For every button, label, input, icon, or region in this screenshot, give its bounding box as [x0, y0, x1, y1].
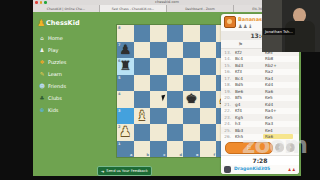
chesskid-logo[interactable]: ♟ ChessKid: [37, 18, 84, 28]
move-row: 20.Bf5Ke5: [221, 95, 299, 102]
webcam-background: [262, 0, 282, 52]
webcam-overlay: Jonathan Tsh…: [262, 0, 320, 52]
sidebar-item-friends[interactable]: ☻Friends: [38, 82, 84, 89]
pawn-logo-icon: ♟: [37, 18, 45, 28]
square-c2[interactable]: [150, 124, 167, 141]
sidebar-item-label: Clubs: [48, 95, 62, 101]
moves-tab[interactable]: ⚑: [221, 40, 260, 48]
sidebar-item-label: Play: [48, 47, 58, 53]
player-username[interactable]: DragonKid305: [234, 166, 270, 171]
browser-tab-label: Dashboard - Zoom: [185, 7, 215, 11]
square-a4[interactable]: 4: [117, 91, 134, 108]
white-bishop-b3[interactable]: ♝: [134, 108, 151, 125]
friends-icon: ☻: [38, 83, 46, 89]
file-label: f: [213, 153, 215, 157]
sidebar: ♟ ChessKid ⌂Home♟Play❖Puzzles✎Learn☻Frie…: [33, 12, 84, 176]
browser-tabstrip: ChessKid | Online Che…Fast Chess - Chess…: [33, 5, 301, 12]
move-row: 17.Bc4Ra4: [221, 75, 299, 82]
square-e5[interactable]: [183, 75, 200, 92]
sidebar-item-label: Puzzles: [48, 59, 66, 65]
browser-tab-label: ChessKid | Online Che…: [47, 7, 85, 11]
kids-icon: ⊕: [38, 107, 46, 113]
square-c7[interactable]: [150, 42, 167, 59]
move-row: 16.Kf3Ra2: [221, 69, 299, 76]
play-icon: ♟: [38, 47, 46, 53]
square-b3[interactable]: ♝: [134, 108, 151, 125]
sidebar-item-label: Kids: [48, 107, 58, 113]
move-number: 22.: [221, 108, 233, 113]
file-label: e: [196, 153, 198, 157]
white-move[interactable]: Bc4: [233, 56, 263, 61]
white-move[interactable]: h3: [233, 121, 263, 126]
move-row: 18.Bd5Kd4: [221, 82, 299, 89]
sidebar-item-puzzles[interactable]: ❖Puzzles: [38, 58, 84, 65]
move-number: 26.: [221, 134, 233, 139]
black-rook-a6[interactable]: ♜: [117, 58, 134, 75]
square-d1[interactable]: d: [167, 141, 184, 158]
square-f7[interactable]: [200, 42, 217, 59]
black-move[interactable]: Ra3: [263, 121, 293, 126]
square-f4[interactable]: [200, 91, 217, 108]
black-move[interactable]: Ra2: [263, 69, 293, 74]
white-move[interactable]: Kf4: [233, 108, 263, 113]
black-move[interactable]: Kd4: [263, 82, 293, 87]
sidebar-item-label: Learn: [48, 71, 62, 77]
square-d3[interactable]: [167, 108, 184, 125]
file-label: d: [179, 153, 182, 157]
move-number: 17.: [221, 76, 233, 81]
move-row: 21.g4Kd4: [221, 101, 299, 108]
person-head: [293, 8, 306, 22]
sidebar-item-label: Friends: [48, 83, 66, 89]
square-e7[interactable]: [183, 42, 200, 59]
move-row: 24.h3Ra3: [221, 121, 299, 128]
move-number: 25.: [221, 128, 233, 133]
white-move[interactable]: Kf2: [233, 50, 263, 55]
square-b6[interactable]: [134, 58, 151, 75]
black-move[interactable]: Rb8: [263, 56, 293, 61]
move-row: 19.Be6Ra6: [221, 88, 299, 95]
move-row: 23.Kg5Ke5: [221, 114, 299, 121]
square-a1[interactable]: 1a: [117, 141, 134, 158]
rank-label: 5: [118, 76, 121, 80]
white-pawn-a2[interactable]: ♟: [117, 124, 134, 141]
move-number: 16.: [221, 69, 233, 74]
sidebar-item-kids[interactable]: ⊕Kids: [38, 106, 84, 113]
white-move[interactable]: Kg5: [233, 115, 263, 120]
sidebar-item-clubs[interactable]: ♣Clubs: [38, 94, 84, 101]
square-e1[interactable]: e: [183, 141, 200, 158]
black-move[interactable]: Ke5: [263, 115, 293, 120]
square-a7[interactable]: 7♟: [117, 42, 134, 59]
black-move[interactable]: Ra6: [263, 89, 293, 94]
square-a2[interactable]: 2♟: [117, 124, 134, 141]
square-b8[interactable]: [134, 25, 151, 42]
square-e8[interactable]: [183, 25, 200, 42]
black-move[interactable]: Rb2+: [263, 63, 293, 68]
square-d8[interactable]: [167, 25, 184, 42]
square-e6[interactable]: [183, 58, 200, 75]
square-d2[interactable]: [167, 124, 184, 141]
puzzles-icon: ❖: [38, 59, 46, 65]
square-e3[interactable]: [183, 108, 200, 125]
square-f8[interactable]: [200, 25, 217, 42]
square-d6[interactable]: [167, 58, 184, 75]
square-d7[interactable]: [167, 42, 184, 59]
square-a6[interactable]: 6♜: [117, 58, 134, 75]
square-a3[interactable]: 3: [117, 108, 134, 125]
letterbox-bar: [0, 176, 320, 180]
opponent-avatar[interactable]: [224, 16, 236, 28]
home-icon: ⌂: [38, 35, 46, 41]
square-f5[interactable]: [200, 75, 217, 92]
square-e4[interactable]: ♚: [183, 91, 200, 108]
black-king-e4[interactable]: ♚: [183, 91, 200, 108]
square-e2[interactable]: [183, 124, 200, 141]
square-c3[interactable]: [150, 108, 167, 125]
white-move[interactable]: Bf5: [233, 95, 263, 100]
move-number: 18.: [221, 82, 233, 87]
move-number: 21.: [221, 102, 233, 107]
webcam-name-tag: Jonathan Tsh…: [263, 28, 295, 35]
move-number: 24.: [221, 121, 233, 126]
square-f3[interactable]: [200, 108, 217, 125]
black-pawn-a7[interactable]: ♟: [117, 42, 134, 59]
move-number: 15.: [221, 63, 233, 68]
browser-tab[interactable]: ChessKid | Online Che…: [33, 5, 100, 12]
square-b4[interactable]: [134, 91, 151, 108]
square-c6[interactable]: [150, 58, 167, 75]
zoom-watermark: zoom: [242, 132, 307, 158]
white-move[interactable]: Bd3: [233, 63, 263, 68]
rank-label: 8: [118, 26, 121, 30]
clubs-icon: ♣: [38, 95, 46, 101]
square-f1[interactable]: f: [200, 141, 217, 158]
move-list: 13.Kf2Ke514.Bc4Rb815.Bd3Rb2+16.Kf3Ra217.…: [221, 49, 299, 140]
file-label: a: [130, 153, 132, 157]
white-move[interactable]: Be6: [233, 89, 263, 94]
black-move[interactable]: Kd4: [263, 102, 293, 107]
square-a8[interactable]: 8: [117, 25, 134, 42]
learn-icon: ✎: [38, 71, 46, 77]
move-number: 23.: [221, 115, 233, 120]
square-b2[interactable]: [134, 124, 151, 141]
square-d4[interactable]: [167, 91, 184, 108]
sidebar-item-play[interactable]: ♟Play: [38, 46, 84, 53]
square-f6[interactable]: [200, 58, 217, 75]
avatar-face: [227, 19, 232, 24]
rank-label: 3: [118, 109, 121, 113]
move-row: 14.Bc4Rb8: [221, 56, 299, 63]
rank-label: 1: [118, 142, 121, 146]
feedback-button[interactable]: ➔ Send us Your Feedback: [97, 166, 152, 176]
file-label: b: [146, 153, 149, 157]
white-move[interactable]: g4: [233, 102, 263, 107]
move-number: 20.: [221, 95, 233, 100]
square-c1[interactable]: c: [150, 141, 167, 158]
sidebar-item-label: Home: [48, 35, 63, 41]
sidebar-item-learn[interactable]: ✎Learn: [38, 70, 84, 77]
video-frame: chesskid.com ChessKid | Online Che…Fast …: [0, 0, 320, 180]
square-d5[interactable]: [167, 75, 184, 92]
move-number: 14.: [221, 56, 233, 61]
browser-tab[interactable]: Dashboard - Zoom: [167, 5, 234, 12]
white-move[interactable]: Kf3: [233, 69, 263, 74]
white-move[interactable]: Bc4: [233, 76, 263, 81]
square-b5[interactable]: [134, 75, 151, 92]
player-captured-pieces: ♟♟: [288, 167, 296, 172]
black-move[interactable]: Ke5: [263, 95, 293, 100]
logo-text: ChessKid: [46, 19, 79, 27]
player-card: DragonKid305 ♟♟: [221, 165, 299, 174]
rank-label: 4: [118, 92, 121, 96]
move-number: 13.: [221, 50, 233, 55]
file-label: c: [163, 153, 165, 157]
move-row: 15.Bd3Rb2+: [221, 62, 299, 69]
square-b1[interactable]: b: [134, 141, 151, 158]
square-b7[interactable]: [134, 42, 151, 59]
moves-tab-icon: ⚑: [238, 41, 242, 47]
sidebar-item-home[interactable]: ⌂Home: [38, 34, 84, 41]
browser-tab[interactable]: Fast Chess - ChessKid.co…: [100, 5, 167, 12]
square-c5[interactable]: [150, 75, 167, 92]
white-move[interactable]: Bd5: [233, 82, 263, 87]
person-torso: [285, 21, 315, 52]
black-move[interactable]: Ra4+: [263, 108, 293, 113]
opponent-captured-pieces: ♟♟♝: [238, 23, 253, 29]
browser-tab-label: Fast Chess - ChessKid.co…: [112, 7, 155, 11]
player-avatar[interactable]: [224, 166, 231, 173]
sidebar-nav: ⌂Home♟Play❖Puzzles✎Learn☻Friends♣Clubs⊕K…: [33, 34, 84, 113]
black-move[interactable]: Ra4: [263, 76, 293, 81]
square-a5[interactable]: 5: [117, 75, 134, 92]
feedback-label: Send us Your Feedback: [106, 169, 147, 173]
square-f2[interactable]: [200, 124, 217, 141]
move-row: 22.Kf4Ra4+: [221, 108, 299, 115]
square-c8[interactable]: [150, 25, 167, 42]
feedback-arrow-icon: ➔: [101, 169, 104, 174]
move-number: 19.: [221, 89, 233, 94]
